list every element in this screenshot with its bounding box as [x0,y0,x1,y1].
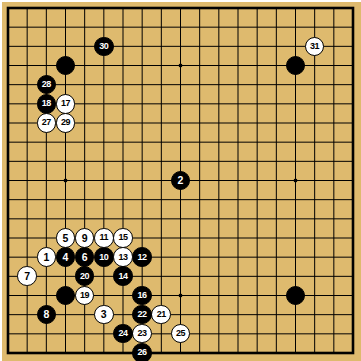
move-number: 27 [42,118,51,127]
move-number: 2 [177,175,183,186]
move-number: 31 [310,42,319,51]
stone-white-move-13[interactable]: 13 [113,247,133,267]
stone-black-move-10[interactable]: 10 [94,247,114,267]
stone-black-setup[interactable] [286,286,306,306]
stone-black-move-4[interactable]: 4 [56,247,76,267]
stone-black-move-28[interactable]: 28 [37,75,57,95]
board-grid[interactable]: 1234567891011121314151617181920212223242… [0,0,361,361]
move-number: 20 [80,272,89,281]
stone-black-move-16[interactable]: 16 [132,286,152,306]
move-number: 5 [63,233,69,244]
move-number: 1 [43,252,49,263]
stone-white-move-3[interactable]: 3 [94,305,114,325]
stone-white-move-21[interactable]: 21 [151,305,171,325]
stone-black-move-30[interactable]: 30 [94,37,114,57]
stone-white-move-25[interactable]: 25 [171,324,191,344]
stone-black-move-8[interactable]: 8 [37,305,57,325]
move-number: 24 [118,329,127,338]
move-number: 12 [138,253,147,262]
move-number: 7 [24,271,30,282]
stone-black-move-2[interactable]: 2 [171,171,191,191]
stone-white-move-9[interactable]: 9 [75,228,95,248]
move-number: 22 [138,310,147,319]
stone-white-move-27[interactable]: 27 [37,113,57,133]
move-number: 14 [118,272,127,281]
move-number: 6 [82,252,88,263]
move-number: 26 [138,348,147,357]
stone-black-move-12[interactable]: 12 [132,247,152,267]
stone-black-move-18[interactable]: 18 [37,94,57,114]
stone-black-setup[interactable] [56,286,76,306]
stone-white-move-1[interactable]: 1 [37,247,57,267]
stone-white-move-17[interactable]: 17 [56,94,76,114]
stone-white-move-31[interactable]: 31 [305,37,325,57]
stone-white-move-23[interactable]: 23 [132,324,152,344]
move-number: 23 [138,329,147,338]
stone-white-move-7[interactable]: 7 [17,266,37,286]
move-number: 15 [118,233,127,242]
move-number: 10 [99,253,108,262]
move-number: 9 [82,233,88,244]
move-number: 29 [61,118,70,127]
stone-black-move-6[interactable]: 6 [75,247,95,267]
move-number: 13 [118,253,127,262]
stone-white-move-15[interactable]: 15 [113,228,133,248]
move-number: 3 [101,309,107,320]
move-number: 21 [157,310,166,319]
go-diagram: 1234567891011121314151617181920212223242… [0,0,361,361]
stone-black-setup[interactable] [56,56,76,76]
move-number: 8 [43,309,49,320]
stone-black-move-22[interactable]: 22 [132,305,152,325]
stone-white-move-11[interactable]: 11 [94,228,114,248]
stone-black-move-24[interactable]: 24 [113,324,133,344]
stone-black-move-14[interactable]: 14 [113,266,133,286]
move-number: 19 [80,291,89,300]
stone-black-move-26[interactable]: 26 [132,343,152,361]
move-number: 28 [42,80,51,89]
stone-white-move-19[interactable]: 19 [75,286,95,306]
stone-black-setup[interactable] [286,56,306,76]
move-number: 11 [100,233,109,242]
move-number: 16 [138,291,147,300]
stone-white-move-5[interactable]: 5 [56,228,76,248]
move-number: 4 [63,252,69,263]
stone-white-move-29[interactable]: 29 [56,113,76,133]
move-number: 25 [176,329,185,338]
move-number: 17 [61,99,70,108]
move-number: 18 [42,99,51,108]
stone-black-move-20[interactable]: 20 [75,266,95,286]
move-number: 30 [99,42,108,51]
